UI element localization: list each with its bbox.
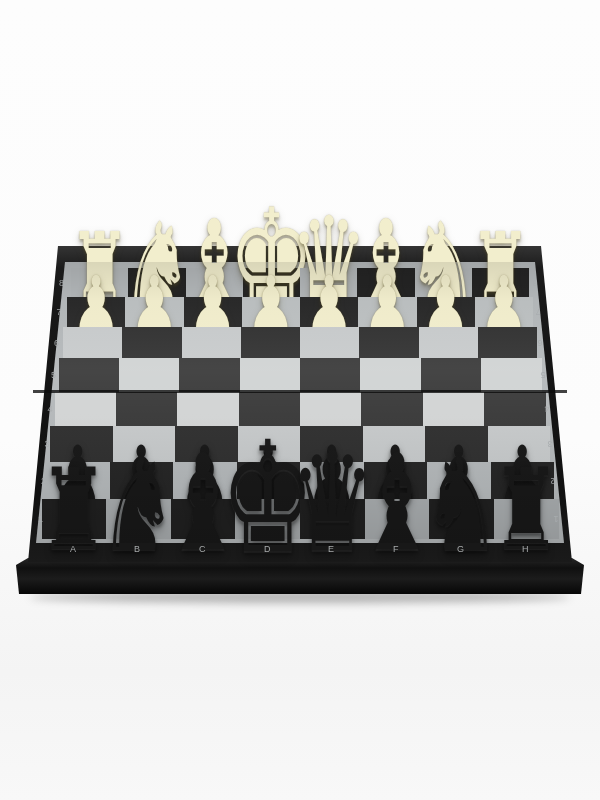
rank-label-left-3: 3 <box>45 439 51 449</box>
square-e3 <box>300 426 363 462</box>
square-f2: ♟ <box>364 462 428 499</box>
square-a5 <box>59 358 119 392</box>
rank-row-6 <box>63 327 537 358</box>
square-c7: ♟ <box>184 297 242 327</box>
square-e8: ♛ <box>300 268 357 297</box>
square-b8: ♞ <box>128 268 185 297</box>
square-e5 <box>300 358 360 392</box>
square-d1: ♚ <box>235 499 300 539</box>
square-h5 <box>481 358 541 392</box>
square-g2: ♟ <box>427 462 491 499</box>
rank-label-left-1: 1 <box>38 514 44 524</box>
rank-label-right-6: 6 <box>537 338 543 348</box>
rank-label-right-8: 8 <box>532 278 538 288</box>
rank-label-left-8: 8 <box>59 278 65 288</box>
rank-label-left-4: 4 <box>48 404 54 414</box>
square-a7: ♟ <box>67 297 125 327</box>
square-d4 <box>239 392 300 426</box>
square-a4 <box>55 392 116 426</box>
photo-background: ♜♞♝♚♛♝♞♜♟♟♟♟♟♟♟♟♟♟♟♟♟♟♟♟♜♞♝♚♛♝♞♜ ABCDEFG… <box>0 0 600 800</box>
square-b6 <box>122 327 181 358</box>
square-c1: ♝ <box>171 499 236 539</box>
rank-row-1: ♜♞♝♚♛♝♞♜ <box>42 499 559 539</box>
rank-label-left-5: 5 <box>51 370 57 380</box>
square-f6 <box>359 327 418 358</box>
square-g7: ♟ <box>417 297 475 327</box>
square-d8: ♚ <box>243 268 300 297</box>
square-c8: ♝ <box>186 268 243 297</box>
square-g1: ♞ <box>429 499 494 539</box>
file-label-g: G <box>457 544 465 554</box>
square-c5 <box>179 358 239 392</box>
rank-row-3 <box>50 426 550 462</box>
square-b1: ♞ <box>106 499 171 539</box>
square-d2: ♟ <box>237 462 301 499</box>
rank-row-7: ♟♟♟♟♟♟♟♟ <box>67 297 533 327</box>
square-f4 <box>361 392 422 426</box>
file-label-a: A <box>70 544 77 554</box>
square-d6 <box>241 327 300 358</box>
rank-label-right-7: 7 <box>535 307 541 317</box>
file-label-d: D <box>264 544 271 554</box>
square-e4 <box>300 392 361 426</box>
rank-label-right-5: 5 <box>540 370 546 380</box>
rank-row-5 <box>59 358 542 392</box>
square-c2: ♟ <box>173 462 237 499</box>
square-f8: ♝ <box>357 268 414 297</box>
square-c6 <box>182 327 241 358</box>
square-d5 <box>240 358 300 392</box>
rank-label-right-2: 2 <box>550 476 556 486</box>
file-label-b: B <box>134 544 141 554</box>
square-g6 <box>419 327 478 358</box>
rank-label-right-4: 4 <box>544 404 550 414</box>
square-e6 <box>300 327 359 358</box>
rank-label-left-6: 6 <box>54 338 60 348</box>
square-h4 <box>484 392 545 426</box>
square-f7: ♟ <box>358 297 416 327</box>
square-g4 <box>423 392 484 426</box>
rank-label-right-3: 3 <box>547 439 553 449</box>
square-a8: ♜ <box>71 268 128 297</box>
square-h2: ♟ <box>491 462 555 499</box>
file-label-e: E <box>328 544 335 554</box>
square-f1: ♝ <box>365 499 430 539</box>
square-e7: ♟ <box>300 297 358 327</box>
file-label-h: H <box>522 544 529 554</box>
square-h1: ♜ <box>494 499 559 539</box>
square-b4 <box>116 392 177 426</box>
square-h8: ♜ <box>472 268 529 297</box>
square-c3 <box>175 426 238 462</box>
square-f3 <box>363 426 426 462</box>
square-d3 <box>238 426 301 462</box>
rank-label-right-1: 1 <box>553 514 559 524</box>
file-label-f: F <box>393 544 399 554</box>
file-label-c: C <box>199 544 206 554</box>
square-f5 <box>360 358 420 392</box>
square-h3 <box>488 426 551 462</box>
square-h7: ♟ <box>475 297 533 327</box>
square-e1: ♛ <box>300 499 365 539</box>
square-e2: ♟ <box>300 462 364 499</box>
rank-row-8: ♜♞♝♚♛♝♞♜ <box>71 268 529 297</box>
square-g5 <box>421 358 481 392</box>
square-g8: ♞ <box>415 268 472 297</box>
rank-label-left-2: 2 <box>41 476 47 486</box>
square-g3 <box>425 426 488 462</box>
square-a6 <box>63 327 122 358</box>
square-d7: ♟ <box>242 297 300 327</box>
square-a1: ♜ <box>42 499 107 539</box>
square-a2: ♟ <box>46 462 110 499</box>
square-b3 <box>113 426 176 462</box>
rank-row-2: ♟♟♟♟♟♟♟♟ <box>46 462 554 499</box>
square-b7: ♟ <box>125 297 183 327</box>
square-h6 <box>478 327 537 358</box>
square-a3 <box>50 426 113 462</box>
rank-label-left-7: 7 <box>57 307 63 317</box>
square-c4 <box>177 392 238 426</box>
rank-row-4 <box>55 392 546 426</box>
board-base <box>16 558 584 594</box>
square-b2: ♟ <box>110 462 174 499</box>
square-b5 <box>119 358 179 392</box>
